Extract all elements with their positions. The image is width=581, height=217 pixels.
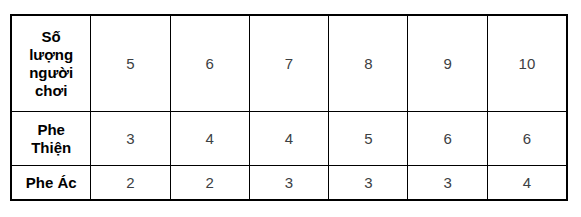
good-faction-cell: 6 bbox=[408, 112, 486, 165]
table-grid: Số lượng người chơi 5 6 7 8 9 10 Phe Thi… bbox=[10, 14, 568, 201]
row-header-good-faction: Phe Thiện bbox=[12, 112, 90, 165]
evil-faction-cell: 3 bbox=[329, 166, 407, 199]
good-faction-cell: 4 bbox=[250, 112, 328, 165]
good-faction-cell: 5 bbox=[329, 112, 407, 165]
player-count-cell: 8 bbox=[329, 16, 407, 111]
good-faction-cell: 6 bbox=[488, 112, 566, 165]
evil-faction-cell: 4 bbox=[488, 166, 566, 199]
player-count-cell: 10 bbox=[488, 16, 566, 111]
evil-faction-cell: 2 bbox=[91, 166, 169, 199]
row-header-evil-faction: Phe Ác bbox=[12, 166, 90, 199]
faction-count-table: Số lượng người chơi 5 6 7 8 9 10 Phe Thi… bbox=[10, 14, 568, 201]
evil-faction-cell: 3 bbox=[250, 166, 328, 199]
player-count-cell: 6 bbox=[171, 16, 249, 111]
player-count-cell: 7 bbox=[250, 16, 328, 111]
evil-faction-cell: 2 bbox=[171, 166, 249, 199]
row-header-player-count: Số lượng người chơi bbox=[12, 16, 90, 111]
player-count-cell: 9 bbox=[408, 16, 486, 111]
good-faction-cell: 3 bbox=[91, 112, 169, 165]
good-faction-cell: 4 bbox=[171, 112, 249, 165]
player-count-cell: 5 bbox=[91, 16, 169, 111]
evil-faction-cell: 3 bbox=[408, 166, 486, 199]
